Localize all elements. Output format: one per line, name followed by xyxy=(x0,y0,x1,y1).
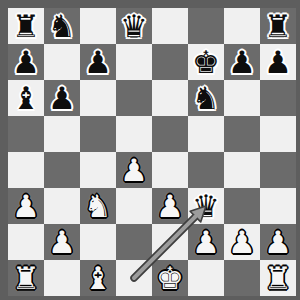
square-a6[interactable]: ♝ xyxy=(8,80,44,116)
square-e8[interactable] xyxy=(152,8,188,44)
square-d2[interactable] xyxy=(116,224,152,260)
chess-board: ♜♞♛♜♟♟♚♟♟♝♟♞♟♟♞♟♛♟♟♟♟♜♝♚♜ xyxy=(8,8,296,296)
square-b4[interactable] xyxy=(44,152,80,188)
square-d6[interactable] xyxy=(116,80,152,116)
piece-black-pawn-g7[interactable]: ♟ xyxy=(228,44,256,80)
square-h2[interactable]: ♟ xyxy=(260,224,296,260)
square-b8[interactable]: ♞ xyxy=(44,8,80,44)
piece-black-pawn-h7[interactable]: ♟ xyxy=(264,44,292,80)
square-c8[interactable] xyxy=(80,8,116,44)
square-d5[interactable] xyxy=(116,116,152,152)
square-g3[interactable] xyxy=(224,188,260,224)
square-b6[interactable]: ♟ xyxy=(44,80,80,116)
piece-white-knight-c3[interactable]: ♞ xyxy=(84,188,112,224)
square-c5[interactable] xyxy=(80,116,116,152)
square-f8[interactable] xyxy=(188,8,224,44)
piece-white-pawn-h2[interactable]: ♟ xyxy=(264,224,292,260)
piece-black-king-f7[interactable]: ♚ xyxy=(192,44,220,80)
piece-white-pawn-a3[interactable]: ♟ xyxy=(12,188,40,224)
square-g5[interactable] xyxy=(224,116,260,152)
square-a3[interactable]: ♟ xyxy=(8,188,44,224)
square-a2[interactable] xyxy=(8,224,44,260)
square-h5[interactable] xyxy=(260,116,296,152)
square-e3[interactable]: ♟ xyxy=(152,188,188,224)
square-c1[interactable]: ♝ xyxy=(80,260,116,296)
square-f6[interactable]: ♞ xyxy=(188,80,224,116)
square-a5[interactable] xyxy=(8,116,44,152)
square-g6[interactable] xyxy=(224,80,260,116)
square-c6[interactable] xyxy=(80,80,116,116)
piece-black-knight-b8[interactable]: ♞ xyxy=(48,8,76,44)
square-g4[interactable] xyxy=(224,152,260,188)
square-f1[interactable] xyxy=(188,260,224,296)
square-e6[interactable] xyxy=(152,80,188,116)
piece-black-queen-d8[interactable]: ♛ xyxy=(120,8,148,44)
square-h1[interactable]: ♜ xyxy=(260,260,296,296)
square-g2[interactable]: ♟ xyxy=(224,224,260,260)
piece-black-pawn-a7[interactable]: ♟ xyxy=(12,44,40,80)
square-e5[interactable] xyxy=(152,116,188,152)
piece-black-queen-f3[interactable]: ♛ xyxy=(192,188,220,224)
piece-white-king-e1[interactable]: ♚ xyxy=(156,260,184,296)
square-g8[interactable] xyxy=(224,8,260,44)
square-a8[interactable]: ♜ xyxy=(8,8,44,44)
square-g1[interactable] xyxy=(224,260,260,296)
square-h8[interactable]: ♜ xyxy=(260,8,296,44)
square-d1[interactable] xyxy=(116,260,152,296)
square-e2[interactable] xyxy=(152,224,188,260)
square-b5[interactable] xyxy=(44,116,80,152)
square-c4[interactable] xyxy=(80,152,116,188)
square-c2[interactable] xyxy=(80,224,116,260)
square-d7[interactable] xyxy=(116,44,152,80)
piece-black-knight-f6[interactable]: ♞ xyxy=(192,80,220,116)
square-b3[interactable] xyxy=(44,188,80,224)
square-a4[interactable] xyxy=(8,152,44,188)
square-e7[interactable] xyxy=(152,44,188,80)
square-f3[interactable]: ♛ xyxy=(188,188,224,224)
square-h6[interactable] xyxy=(260,80,296,116)
piece-white-rook-a1[interactable]: ♜ xyxy=(12,260,40,296)
piece-white-pawn-g2[interactable]: ♟ xyxy=(228,224,256,260)
piece-white-pawn-f2[interactable]: ♟ xyxy=(192,224,220,260)
piece-black-rook-h8[interactable]: ♜ xyxy=(264,8,292,44)
piece-black-pawn-b6[interactable]: ♟ xyxy=(48,80,76,116)
square-h3[interactable] xyxy=(260,188,296,224)
square-d8[interactable]: ♛ xyxy=(116,8,152,44)
square-b1[interactable] xyxy=(44,260,80,296)
square-h4[interactable] xyxy=(260,152,296,188)
piece-white-bishop-c1[interactable]: ♝ xyxy=(84,260,112,296)
square-f2[interactable]: ♟ xyxy=(188,224,224,260)
square-h7[interactable]: ♟ xyxy=(260,44,296,80)
square-c3[interactable]: ♞ xyxy=(80,188,116,224)
square-d4[interactable]: ♟ xyxy=(116,152,152,188)
piece-black-bishop-a6[interactable]: ♝ xyxy=(12,80,40,116)
square-c7[interactable]: ♟ xyxy=(80,44,116,80)
square-e1[interactable]: ♚ xyxy=(152,260,188,296)
piece-white-pawn-b2[interactable]: ♟ xyxy=(48,224,76,260)
square-e4[interactable] xyxy=(152,152,188,188)
square-b7[interactable] xyxy=(44,44,80,80)
square-f4[interactable] xyxy=(188,152,224,188)
piece-black-rook-a8[interactable]: ♜ xyxy=(12,8,40,44)
chess-diagram-frame: ♜♞♛♜♟♟♚♟♟♝♟♞♟♟♞♟♛♟♟♟♟♜♝♚♜ xyxy=(0,0,300,300)
square-g7[interactable]: ♟ xyxy=(224,44,260,80)
piece-white-pawn-d4[interactable]: ♟ xyxy=(120,152,148,188)
square-a1[interactable]: ♜ xyxy=(8,260,44,296)
piece-black-pawn-c7[interactable]: ♟ xyxy=(84,44,112,80)
piece-white-pawn-e3[interactable]: ♟ xyxy=(156,188,184,224)
square-b2[interactable]: ♟ xyxy=(44,224,80,260)
square-a7[interactable]: ♟ xyxy=(8,44,44,80)
square-f7[interactable]: ♚ xyxy=(188,44,224,80)
square-f5[interactable] xyxy=(188,116,224,152)
piece-white-rook-h1[interactable]: ♜ xyxy=(264,260,292,296)
square-d3[interactable] xyxy=(116,188,152,224)
